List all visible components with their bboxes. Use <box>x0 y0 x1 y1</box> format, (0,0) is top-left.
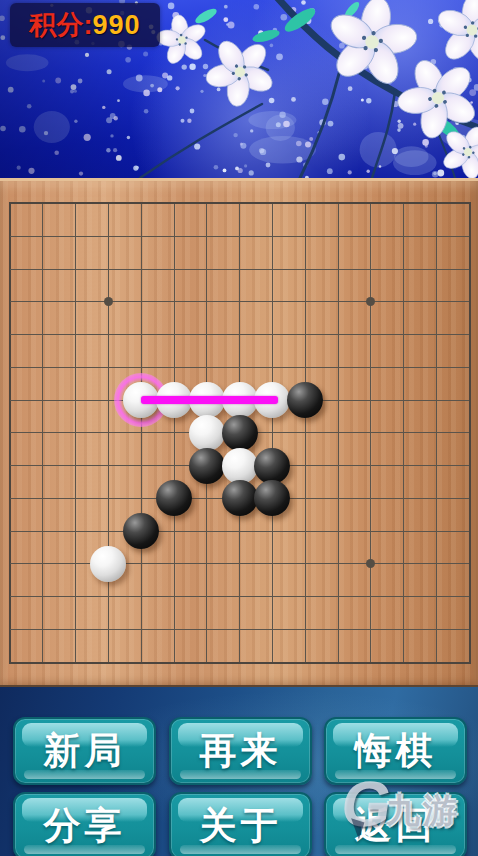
retry-label: 再来 <box>171 720 310 782</box>
grid-line-v <box>403 204 404 663</box>
grid-line-h <box>10 563 469 564</box>
stone-black <box>189 448 225 484</box>
stone-black <box>222 415 258 451</box>
score-value: 990 <box>92 10 140 41</box>
back-button[interactable]: 返回 <box>324 792 467 856</box>
undo-label: 悔棋 <box>326 720 465 782</box>
score-box: 积分:990 <box>10 3 160 47</box>
undo-button[interactable]: 悔棋 <box>324 717 467 785</box>
grid-line-v <box>370 204 371 663</box>
grid-line-h <box>10 531 469 532</box>
stone-black <box>123 513 159 549</box>
stone-black <box>287 382 323 418</box>
score-label: 积分 <box>29 7 83 43</box>
grid-line-h <box>10 596 469 597</box>
grid-line-v <box>436 204 437 663</box>
stone-black <box>156 480 192 516</box>
win-line <box>141 396 278 404</box>
stone-white <box>189 415 225 451</box>
retry-button[interactable]: 再来 <box>169 717 312 785</box>
new-game-button[interactable]: 新局 <box>13 717 156 785</box>
app-screen: 积分:990 新局 再来 悔棋 分享 关于 返回 G 九游 <box>0 0 478 856</box>
gomoku-board[interactable] <box>0 178 478 688</box>
about-label: 关于 <box>171 795 310 856</box>
stone-black <box>222 480 258 516</box>
banner-image: 积分:990 <box>0 0 478 178</box>
grid-line-h <box>10 629 469 630</box>
stone-white <box>222 448 258 484</box>
about-button[interactable]: 关于 <box>169 792 312 856</box>
share-button[interactable]: 分享 <box>13 792 156 856</box>
grid-line-v <box>272 204 273 663</box>
new-game-label: 新局 <box>15 720 154 782</box>
grid-line-v <box>338 204 339 663</box>
back-label: 返回 <box>326 795 465 856</box>
stone-white <box>90 546 126 582</box>
grid-line-v <box>305 204 306 663</box>
share-label: 分享 <box>15 795 154 856</box>
button-panel: 新局 再来 悔棋 分享 关于 返回 G 九游 <box>0 685 478 856</box>
stone-black <box>254 448 290 484</box>
